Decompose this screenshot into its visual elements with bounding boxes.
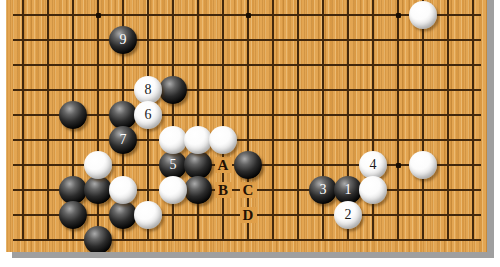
grid-line <box>322 0 324 241</box>
grid-line <box>97 0 99 241</box>
grid-line <box>222 0 224 241</box>
star-point <box>396 13 401 18</box>
black-stone[interactable] <box>159 76 187 104</box>
black-stone[interactable] <box>109 101 137 129</box>
grid-line <box>272 0 274 241</box>
point-label-b[interactable]: B <box>215 182 232 198</box>
grid-line <box>13 139 481 141</box>
white-stone[interactable] <box>209 126 237 154</box>
grid-line <box>247 0 249 241</box>
white-stone[interactable] <box>409 151 437 179</box>
black-stone[interactable]: 1 <box>334 176 362 204</box>
white-stone[interactable] <box>184 126 212 154</box>
grid-line <box>13 89 481 91</box>
go-diagram: ABCD975318642 <box>0 0 500 267</box>
grid-line <box>372 0 374 241</box>
black-stone[interactable] <box>59 201 87 229</box>
white-stone[interactable] <box>159 126 187 154</box>
board-edge-shadow-right <box>487 0 494 258</box>
star-point <box>96 13 101 18</box>
black-stone[interactable] <box>109 201 137 229</box>
go-board: ABCD975318642 <box>6 0 487 252</box>
white-stone[interactable]: 4 <box>359 151 387 179</box>
point-label-a[interactable]: A <box>215 157 232 173</box>
point-label-d[interactable]: D <box>240 207 257 223</box>
grid-line <box>13 39 481 41</box>
grid-line <box>447 0 449 241</box>
black-stone[interactable] <box>234 151 262 179</box>
white-stone[interactable] <box>84 151 112 179</box>
grid-line <box>22 0 24 241</box>
black-stone[interactable]: 7 <box>109 126 137 154</box>
white-stone[interactable]: 8 <box>134 76 162 104</box>
grid-line <box>47 0 49 241</box>
black-stone[interactable]: 9 <box>109 26 137 54</box>
star-point <box>246 13 251 18</box>
white-stone[interactable] <box>159 176 187 204</box>
black-stone[interactable] <box>184 151 212 179</box>
grid-line <box>297 0 299 241</box>
board-edge-shadow-bottom <box>12 252 494 258</box>
grid-line <box>472 0 474 241</box>
white-stone[interactable] <box>109 176 137 204</box>
grid-line <box>197 0 199 241</box>
black-stone[interactable] <box>84 226 112 254</box>
grid-line <box>13 64 481 66</box>
black-stone[interactable]: 3 <box>309 176 337 204</box>
white-stone[interactable]: 2 <box>334 201 362 229</box>
point-label-c[interactable]: C <box>240 182 257 198</box>
white-stone[interactable]: 6 <box>134 101 162 129</box>
black-stone[interactable] <box>59 176 87 204</box>
white-stone[interactable] <box>359 176 387 204</box>
white-stone[interactable] <box>409 1 437 29</box>
black-stone[interactable]: 5 <box>159 151 187 179</box>
white-stone[interactable] <box>134 201 162 229</box>
star-point <box>396 163 401 168</box>
black-stone[interactable] <box>184 176 212 204</box>
black-stone[interactable] <box>84 176 112 204</box>
black-stone[interactable] <box>59 101 87 129</box>
grid-line <box>422 0 424 241</box>
grid-line <box>172 0 174 241</box>
grid-line <box>397 0 399 241</box>
